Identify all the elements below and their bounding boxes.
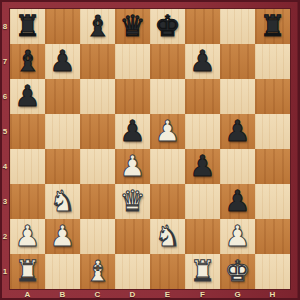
square-f7[interactable]: ♟ <box>185 44 220 79</box>
square-g6[interactable] <box>220 79 255 114</box>
square-h6[interactable] <box>255 79 290 114</box>
square-h5[interactable] <box>255 114 290 149</box>
square-e3[interactable] <box>150 184 185 219</box>
square-h7[interactable] <box>255 44 290 79</box>
piece-black-pawn[interactable]: ♟ <box>225 114 251 149</box>
square-a6[interactable]: ♟ <box>10 79 45 114</box>
piece-white-pawn[interactable]: ♟ <box>15 219 41 254</box>
square-e8[interactable]: ♚ <box>150 9 185 44</box>
square-f5[interactable] <box>185 114 220 149</box>
square-b1[interactable] <box>45 254 80 289</box>
chess-board: ♜♝♛♚♜♝♟♟♟♟♟♟♟♟♞♛♟♟♟♞♟♜♝♜♚ <box>10 9 290 289</box>
piece-white-pawn[interactable]: ♟ <box>225 219 251 254</box>
square-a5[interactable] <box>10 114 45 149</box>
square-h1[interactable] <box>255 254 290 289</box>
piece-white-bishop[interactable]: ♝ <box>85 254 111 289</box>
square-e7[interactable] <box>150 44 185 79</box>
piece-white-knight[interactable]: ♞ <box>155 219 181 254</box>
piece-black-pawn[interactable]: ♟ <box>50 44 76 79</box>
square-a2[interactable]: ♟ <box>10 219 45 254</box>
rank-label-7: 7 <box>0 44 10 79</box>
square-h3[interactable] <box>255 184 290 219</box>
square-f3[interactable] <box>185 184 220 219</box>
file-label-c: C <box>80 289 115 300</box>
piece-black-pawn[interactable]: ♟ <box>190 44 216 79</box>
square-c4[interactable] <box>80 149 115 184</box>
piece-black-king[interactable]: ♚ <box>155 9 181 44</box>
square-a4[interactable] <box>10 149 45 184</box>
square-a7[interactable]: ♝ <box>10 44 45 79</box>
square-g5[interactable]: ♟ <box>220 114 255 149</box>
square-e1[interactable] <box>150 254 185 289</box>
piece-white-king[interactable]: ♚ <box>225 254 251 289</box>
rank-label-5: 5 <box>0 114 10 149</box>
square-b7[interactable]: ♟ <box>45 44 80 79</box>
rank-label-8: 8 <box>0 9 10 44</box>
square-d1[interactable] <box>115 254 150 289</box>
square-d3[interactable]: ♛ <box>115 184 150 219</box>
piece-white-pawn[interactable]: ♟ <box>50 219 76 254</box>
piece-white-pawn[interactable]: ♟ <box>155 114 181 149</box>
square-b8[interactable] <box>45 9 80 44</box>
square-h4[interactable] <box>255 149 290 184</box>
file-label-g: G <box>220 289 255 300</box>
square-a8[interactable]: ♜ <box>10 9 45 44</box>
square-b5[interactable] <box>45 114 80 149</box>
rank-label-6: 6 <box>0 79 10 114</box>
square-c7[interactable] <box>80 44 115 79</box>
piece-black-pawn[interactable]: ♟ <box>225 184 251 219</box>
square-h8[interactable]: ♜ <box>255 9 290 44</box>
piece-black-pawn[interactable]: ♟ <box>190 149 216 184</box>
piece-black-pawn[interactable]: ♟ <box>15 79 41 114</box>
square-h2[interactable] <box>255 219 290 254</box>
square-g1[interactable]: ♚ <box>220 254 255 289</box>
square-d2[interactable] <box>115 219 150 254</box>
file-label-d: D <box>115 289 150 300</box>
square-d8[interactable]: ♛ <box>115 9 150 44</box>
square-d6[interactable] <box>115 79 150 114</box>
square-c5[interactable] <box>80 114 115 149</box>
piece-white-rook[interactable]: ♜ <box>15 254 41 289</box>
piece-white-rook[interactable]: ♜ <box>190 254 216 289</box>
rank-label-4: 4 <box>0 149 10 184</box>
square-g3[interactable]: ♟ <box>220 184 255 219</box>
piece-black-bishop[interactable]: ♝ <box>85 9 111 44</box>
square-a1[interactable]: ♜ <box>10 254 45 289</box>
chess-board-frame: ♜♝♛♚♜♝♟♟♟♟♟♟♟♟♞♛♟♟♟♞♟♜♝♜♚ 87654321ABCDEF… <box>0 0 300 300</box>
square-e4[interactable] <box>150 149 185 184</box>
square-e2[interactable]: ♞ <box>150 219 185 254</box>
square-e5[interactable]: ♟ <box>150 114 185 149</box>
square-c3[interactable] <box>80 184 115 219</box>
square-g8[interactable] <box>220 9 255 44</box>
square-f4[interactable]: ♟ <box>185 149 220 184</box>
square-d4[interactable]: ♟ <box>115 149 150 184</box>
piece-black-queen[interactable]: ♛ <box>120 9 146 44</box>
file-label-h: H <box>255 289 290 300</box>
piece-white-queen[interactable]: ♛ <box>120 184 146 219</box>
square-b3[interactable]: ♞ <box>45 184 80 219</box>
square-g4[interactable] <box>220 149 255 184</box>
square-f2[interactable] <box>185 219 220 254</box>
square-d7[interactable] <box>115 44 150 79</box>
piece-black-bishop[interactable]: ♝ <box>15 44 41 79</box>
square-f8[interactable] <box>185 9 220 44</box>
square-f6[interactable] <box>185 79 220 114</box>
piece-white-knight[interactable]: ♞ <box>50 184 76 219</box>
square-c1[interactable]: ♝ <box>80 254 115 289</box>
file-label-f: F <box>185 289 220 300</box>
square-c8[interactable]: ♝ <box>80 9 115 44</box>
rank-label-3: 3 <box>0 184 10 219</box>
square-b6[interactable] <box>45 79 80 114</box>
piece-white-pawn[interactable]: ♟ <box>120 149 146 184</box>
square-b4[interactable] <box>45 149 80 184</box>
square-g7[interactable] <box>220 44 255 79</box>
piece-black-rook[interactable]: ♜ <box>15 9 41 44</box>
square-c6[interactable] <box>80 79 115 114</box>
piece-black-pawn[interactable]: ♟ <box>120 114 146 149</box>
square-a3[interactable] <box>10 184 45 219</box>
square-c2[interactable] <box>80 219 115 254</box>
file-label-e: E <box>150 289 185 300</box>
square-e6[interactable] <box>150 79 185 114</box>
file-label-a: A <box>10 289 45 300</box>
file-label-b: B <box>45 289 80 300</box>
piece-black-rook[interactable]: ♜ <box>260 9 286 44</box>
square-d5[interactable]: ♟ <box>115 114 150 149</box>
rank-label-1: 1 <box>0 254 10 289</box>
rank-label-2: 2 <box>0 219 10 254</box>
square-g2[interactable]: ♟ <box>220 219 255 254</box>
square-f1[interactable]: ♜ <box>185 254 220 289</box>
square-b2[interactable]: ♟ <box>45 219 80 254</box>
